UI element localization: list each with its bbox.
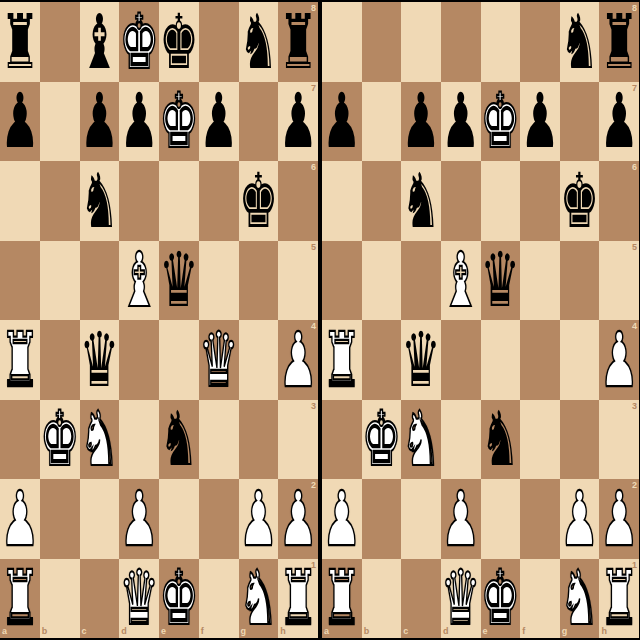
rank-label-3: 3 — [311, 402, 316, 411]
square-e8[interactable] — [481, 2, 521, 82]
square-b6[interactable] — [362, 161, 402, 241]
square-g1[interactable]: ♞g — [239, 559, 279, 639]
square-e8[interactable]: ♚ — [159, 2, 199, 82]
black-knight-icon: ♞ — [80, 163, 119, 239]
rank-label-4: 4 — [632, 322, 637, 331]
square-c1[interactable]: c — [80, 559, 120, 639]
square-f1[interactable]: f — [520, 559, 560, 639]
square-b3[interactable]: ♚ — [40, 400, 80, 480]
rank-label-2: 2 — [632, 481, 637, 490]
square-b2[interactable] — [362, 479, 402, 559]
square-h3[interactable]: 3 — [278, 400, 318, 480]
white-king-icon: ♚ — [481, 83, 520, 159]
square-c6[interactable]: ♞ — [80, 161, 120, 241]
square-e6[interactable] — [159, 161, 199, 241]
square-d1[interactable]: ♛d — [441, 559, 481, 639]
square-f7[interactable]: ♟ — [199, 82, 239, 162]
rank-label-3: 3 — [632, 402, 637, 411]
square-d4[interactable] — [441, 320, 481, 400]
white-rook-icon: ♜ — [0, 560, 39, 636]
square-g2[interactable]: ♟ — [560, 479, 600, 559]
square-d6[interactable] — [441, 161, 481, 241]
square-h1[interactable]: ♜1h — [599, 559, 639, 639]
white-king-icon: ♚ — [159, 560, 198, 636]
square-a4[interactable]: ♜ — [322, 320, 362, 400]
square-c4[interactable]: ♛ — [401, 320, 441, 400]
white-pawn-icon: ♟ — [441, 481, 480, 557]
black-pawn-icon: ♟ — [322, 83, 361, 159]
white-king-icon: ♚ — [362, 401, 401, 477]
square-b7[interactable] — [362, 82, 402, 162]
square-c5[interactable] — [80, 241, 120, 321]
file-label-c: c — [403, 627, 408, 636]
white-rook-icon: ♜ — [278, 560, 317, 636]
square-g5[interactable] — [560, 241, 600, 321]
black-knight-icon: ♞ — [239, 4, 278, 80]
square-d3[interactable] — [441, 400, 481, 480]
square-b3[interactable]: ♚ — [362, 400, 402, 480]
square-a7[interactable]: ♟ — [0, 82, 40, 162]
square-e6[interactable] — [481, 161, 521, 241]
square-h2[interactable]: ♟2 — [278, 479, 318, 559]
black-king-icon: ♚ — [159, 4, 198, 80]
file-label-b: b — [364, 627, 370, 636]
black-bishop-icon: ♝ — [80, 4, 119, 80]
black-rook-icon: ♜ — [599, 4, 638, 80]
square-c1[interactable]: c — [401, 559, 441, 639]
square-c2[interactable] — [401, 479, 441, 559]
black-pawn-icon: ♟ — [401, 83, 440, 159]
white-king-icon: ♚ — [40, 401, 79, 477]
black-king-icon: ♚ — [239, 163, 278, 239]
black-pawn-icon: ♟ — [199, 83, 238, 159]
square-f5[interactable] — [199, 241, 239, 321]
square-f8[interactable] — [520, 2, 560, 82]
square-h4[interactable]: ♟4 — [278, 320, 318, 400]
file-label-e: e — [161, 627, 166, 636]
square-e7[interactable]: ♚ — [481, 82, 521, 162]
square-c7[interactable]: ♟ — [401, 82, 441, 162]
square-f5[interactable] — [520, 241, 560, 321]
black-pawn-icon: ♟ — [441, 83, 480, 159]
file-label-f: f — [522, 627, 525, 636]
square-h8[interactable]: ♜8 — [599, 2, 639, 82]
square-f1[interactable]: f — [199, 559, 239, 639]
square-g8[interactable]: ♞ — [560, 2, 600, 82]
square-d3[interactable] — [119, 400, 159, 480]
square-f2[interactable] — [199, 479, 239, 559]
square-h8[interactable]: ♜8 — [278, 2, 318, 82]
square-b7[interactable] — [40, 82, 80, 162]
square-c5[interactable] — [401, 241, 441, 321]
rank-label-2: 2 — [311, 481, 316, 490]
rank-label-7: 7 — [632, 84, 637, 93]
white-knight-icon: ♞ — [401, 401, 440, 477]
square-g6[interactable]: ♚ — [239, 161, 279, 241]
square-a5[interactable] — [322, 241, 362, 321]
black-king-icon: ♚ — [560, 163, 599, 239]
square-c6[interactable]: ♞ — [401, 161, 441, 241]
square-d2[interactable]: ♟ — [119, 479, 159, 559]
square-g2[interactable]: ♟ — [239, 479, 279, 559]
square-h5[interactable]: 5 — [599, 241, 639, 321]
black-pawn-icon: ♟ — [520, 83, 559, 159]
square-a2[interactable]: ♟ — [0, 479, 40, 559]
chessboard-left: ♜♝♚♚♞♜8♟♟♟♚♟♟7♞♚6♝♛5♜♛♛♟4♚♞♞3♟♟♟♟2♜abc♛d… — [0, 2, 318, 638]
file-label-c: c — [82, 627, 87, 636]
black-queen-icon: ♛ — [481, 242, 520, 318]
square-e7[interactable]: ♚ — [159, 82, 199, 162]
rank-label-7: 7 — [311, 84, 316, 93]
rank-label-1: 1 — [311, 561, 316, 570]
square-d4[interactable] — [119, 320, 159, 400]
white-rook-icon: ♜ — [322, 322, 361, 398]
square-h6[interactable]: 6 — [599, 161, 639, 241]
rank-label-6: 6 — [311, 163, 316, 172]
square-b4[interactable] — [362, 320, 402, 400]
square-g7[interactable] — [239, 82, 279, 162]
square-a3[interactable] — [322, 400, 362, 480]
white-rook-icon: ♜ — [599, 560, 638, 636]
square-a1[interactable]: ♜a — [0, 559, 40, 639]
square-g5[interactable] — [239, 241, 279, 321]
white-queen-icon: ♛ — [119, 560, 158, 636]
square-h1[interactable]: ♜1h — [278, 559, 318, 639]
square-f2[interactable] — [520, 479, 560, 559]
square-b8[interactable] — [362, 2, 402, 82]
file-label-e: e — [483, 627, 488, 636]
square-h6[interactable]: 6 — [278, 161, 318, 241]
file-label-b: b — [42, 627, 48, 636]
white-rook-icon: ♜ — [322, 560, 361, 636]
square-h2[interactable]: ♟2 — [599, 479, 639, 559]
square-a4[interactable]: ♜ — [0, 320, 40, 400]
file-label-h: h — [601, 627, 607, 636]
white-bishop-icon: ♝ — [119, 242, 158, 318]
file-label-d: d — [443, 627, 449, 636]
square-f7[interactable]: ♟ — [520, 82, 560, 162]
black-knight-icon: ♞ — [159, 401, 198, 477]
dual-chessboard-screenshot: ♜♝♚♚♞♜8♟♟♟♚♟♟7♞♚6♝♛5♜♛♛♟4♚♞♞3♟♟♟♟2♜abc♛d… — [0, 0, 640, 640]
square-d8[interactable] — [441, 2, 481, 82]
square-e1[interactable]: ♚e — [481, 559, 521, 639]
square-d7[interactable]: ♟ — [119, 82, 159, 162]
white-pawn-icon: ♟ — [599, 322, 638, 398]
square-e3[interactable]: ♞ — [481, 400, 521, 480]
square-h7[interactable]: ♟7 — [278, 82, 318, 162]
rank-label-8: 8 — [311, 4, 316, 13]
square-e4[interactable] — [481, 320, 521, 400]
white-knight-icon: ♞ — [80, 401, 119, 477]
square-a8[interactable] — [322, 2, 362, 82]
square-c2[interactable] — [80, 479, 120, 559]
square-c7[interactable]: ♟ — [80, 82, 120, 162]
rank-label-5: 5 — [632, 243, 637, 252]
square-h4[interactable]: ♟4 — [599, 320, 639, 400]
rank-label-5: 5 — [311, 243, 316, 252]
square-b4[interactable] — [40, 320, 80, 400]
square-g4[interactable] — [239, 320, 279, 400]
square-a6[interactable] — [322, 161, 362, 241]
square-g4[interactable] — [560, 320, 600, 400]
file-label-g: g — [562, 627, 568, 636]
square-g3[interactable] — [560, 400, 600, 480]
square-h7[interactable]: ♟7 — [599, 82, 639, 162]
black-queen-icon: ♛ — [80, 322, 119, 398]
square-d5[interactable]: ♝ — [119, 241, 159, 321]
square-a2[interactable]: ♟ — [322, 479, 362, 559]
square-e4[interactable] — [159, 320, 199, 400]
square-b1[interactable]: b — [40, 559, 80, 639]
black-queen-icon: ♛ — [159, 242, 198, 318]
square-e3[interactable]: ♞ — [159, 400, 199, 480]
file-label-a: a — [2, 627, 7, 636]
square-c3[interactable]: ♞ — [401, 400, 441, 480]
square-f4[interactable]: ♛ — [199, 320, 239, 400]
square-b2[interactable] — [40, 479, 80, 559]
square-g8[interactable]: ♞ — [239, 2, 279, 82]
white-pawn-icon: ♟ — [599, 481, 638, 557]
white-pawn-icon: ♟ — [322, 481, 361, 557]
square-e2[interactable] — [481, 479, 521, 559]
square-e2[interactable] — [159, 479, 199, 559]
square-a6[interactable] — [0, 161, 40, 241]
square-f8[interactable] — [199, 2, 239, 82]
white-queen-icon: ♛ — [199, 322, 238, 398]
white-king-icon: ♚ — [481, 560, 520, 636]
file-label-a: a — [324, 627, 329, 636]
square-d7[interactable]: ♟ — [441, 82, 481, 162]
black-queen-icon: ♛ — [401, 322, 440, 398]
square-h5[interactable]: 5 — [278, 241, 318, 321]
rank-label-1: 1 — [632, 561, 637, 570]
white-pawn-icon: ♟ — [278, 322, 317, 398]
square-f3[interactable] — [199, 400, 239, 480]
square-g3[interactable] — [239, 400, 279, 480]
square-a8[interactable]: ♜ — [0, 2, 40, 82]
square-c4[interactable]: ♛ — [80, 320, 120, 400]
square-e5[interactable]: ♛ — [481, 241, 521, 321]
square-a3[interactable] — [0, 400, 40, 480]
square-a5[interactable] — [0, 241, 40, 321]
file-label-h: h — [280, 627, 286, 636]
black-pawn-icon: ♟ — [278, 83, 317, 159]
black-pawn-icon: ♟ — [80, 83, 119, 159]
white-knight-icon: ♞ — [560, 560, 599, 636]
white-king-icon: ♚ — [159, 83, 198, 159]
square-d2[interactable]: ♟ — [441, 479, 481, 559]
square-e1[interactable]: ♚e — [159, 559, 199, 639]
chessboard-right: ♞♜8♟♟♟♚♟♟7♞♚6♝♛5♜♛♟4♚♞♞3♟♟♟♟2♜abc♛d♚ef♞g… — [322, 2, 639, 638]
square-h3[interactable]: 3 — [599, 400, 639, 480]
square-g7[interactable] — [560, 82, 600, 162]
rank-label-4: 4 — [311, 322, 316, 331]
square-b6[interactable] — [40, 161, 80, 241]
square-f3[interactable] — [520, 400, 560, 480]
white-pawn-icon: ♟ — [119, 481, 158, 557]
square-f6[interactable] — [520, 161, 560, 241]
square-c8[interactable]: ♝ — [80, 2, 120, 82]
white-bishop-icon: ♝ — [441, 242, 480, 318]
rank-label-6: 6 — [632, 163, 637, 172]
file-label-f: f — [201, 627, 204, 636]
white-queen-icon: ♛ — [441, 560, 480, 636]
square-b5[interactable] — [362, 241, 402, 321]
white-pawn-icon: ♟ — [239, 481, 278, 557]
white-rook-icon: ♜ — [0, 322, 39, 398]
square-f6[interactable] — [199, 161, 239, 241]
square-g6[interactable]: ♚ — [560, 161, 600, 241]
white-pawn-icon: ♟ — [0, 481, 39, 557]
square-f4[interactable] — [520, 320, 560, 400]
square-d6[interactable] — [119, 161, 159, 241]
square-b5[interactable] — [40, 241, 80, 321]
black-rook-icon: ♜ — [278, 4, 317, 80]
file-label-d: d — [121, 627, 127, 636]
square-d1[interactable]: ♛d — [119, 559, 159, 639]
black-knight-icon: ♞ — [481, 401, 520, 477]
square-b8[interactable] — [40, 2, 80, 82]
black-pawn-icon: ♟ — [599, 83, 638, 159]
square-g1[interactable]: ♞g — [560, 559, 600, 639]
black-rook-icon: ♜ — [0, 4, 39, 80]
black-pawn-icon: ♟ — [0, 83, 39, 159]
white-king-icon: ♚ — [119, 4, 158, 80]
black-pawn-icon: ♟ — [119, 83, 158, 159]
white-pawn-icon: ♟ — [278, 481, 317, 557]
square-a7[interactable]: ♟ — [322, 82, 362, 162]
square-b1[interactable]: b — [362, 559, 402, 639]
white-knight-icon: ♞ — [239, 560, 278, 636]
file-label-g: g — [241, 627, 247, 636]
square-d8[interactable]: ♚ — [119, 2, 159, 82]
black-knight-icon: ♞ — [560, 4, 599, 80]
square-d5[interactable]: ♝ — [441, 241, 481, 321]
square-c8[interactable] — [401, 2, 441, 82]
black-knight-icon: ♞ — [401, 163, 440, 239]
square-c3[interactable]: ♞ — [80, 400, 120, 480]
rank-label-8: 8 — [632, 4, 637, 13]
square-e5[interactable]: ♛ — [159, 241, 199, 321]
square-a1[interactable]: ♜a — [322, 559, 362, 639]
white-pawn-icon: ♟ — [560, 481, 599, 557]
